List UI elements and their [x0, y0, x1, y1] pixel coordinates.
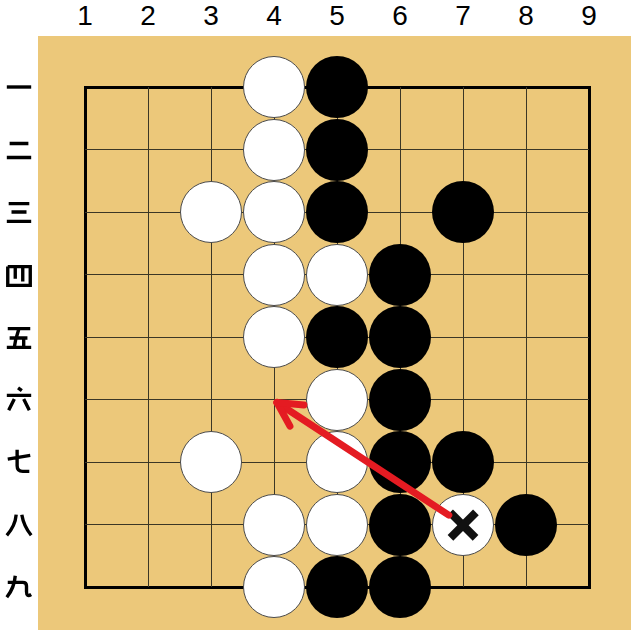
- column-label-6: 6: [392, 1, 408, 31]
- stone-black-8-8: [495, 494, 557, 556]
- row-label-2: [4, 135, 34, 165]
- row-label-6: [4, 385, 34, 415]
- row-label-5: [4, 322, 34, 352]
- column-label-7: 7: [455, 1, 471, 31]
- go-diagram-page: 123456789: [0, 0, 636, 635]
- stone-black-5-3: [306, 181, 368, 243]
- stone-black-5-2: [306, 119, 368, 181]
- column-label-5: 5: [329, 1, 345, 31]
- stone-black-7-7: [432, 431, 494, 493]
- stone-white-5-6: [306, 369, 368, 431]
- column-label-1: 1: [77, 1, 93, 31]
- stone-black-6-6: [369, 369, 431, 431]
- stone-white-4-2: [243, 119, 305, 181]
- column-label-2: 2: [140, 1, 156, 31]
- stone-black-6-8: [369, 494, 431, 556]
- stone-black-5-9: [306, 556, 368, 618]
- stone-white-3-7: [180, 431, 242, 493]
- stone-white-4-4: [243, 244, 305, 306]
- stone-black-5-5: [306, 306, 368, 368]
- column-label-4: 4: [266, 1, 282, 31]
- stone-white-3-3: [180, 181, 242, 243]
- stone-white-4-3: [243, 181, 305, 243]
- row-label-1: [4, 72, 34, 102]
- stone-black-6-7: [369, 431, 431, 493]
- stone-white-4-5: [243, 306, 305, 368]
- stone-black-5-1: [306, 56, 368, 118]
- column-label-3: 3: [203, 1, 219, 31]
- column-label-8: 8: [518, 1, 534, 31]
- stone-white-7-8: [432, 494, 494, 556]
- stone-black-6-4: [369, 244, 431, 306]
- stone-white-4-1: [243, 56, 305, 118]
- stone-white-4-8: [243, 494, 305, 556]
- column-label-9: 9: [581, 1, 597, 31]
- stone-black-7-3: [432, 181, 494, 243]
- stone-white-4-9: [243, 556, 305, 618]
- stone-white-5-4: [306, 244, 368, 306]
- row-label-7: [4, 447, 34, 477]
- stone-black-6-9: [369, 556, 431, 618]
- row-label-9: [4, 572, 34, 602]
- stone-white-5-7: [306, 431, 368, 493]
- stone-white-5-8: [306, 494, 368, 556]
- row-label-3: [4, 197, 34, 227]
- row-label-8: [4, 510, 34, 540]
- row-label-4: [4, 260, 34, 290]
- stone-black-6-5: [369, 306, 431, 368]
